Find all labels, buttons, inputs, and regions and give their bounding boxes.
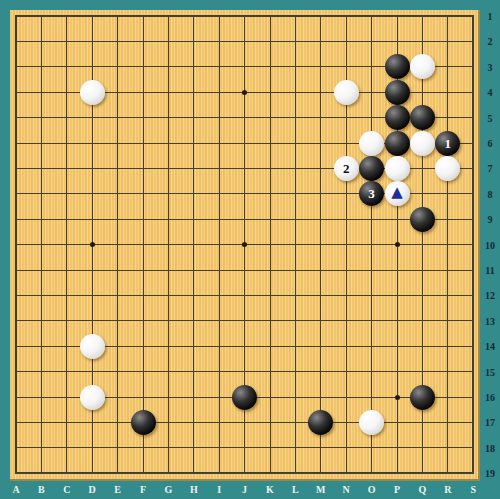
grid-hline-13 [15, 320, 474, 321]
grid-vline-K [270, 15, 271, 474]
coord-number-19: 19 [480, 468, 500, 479]
coord-letter-I: I [211, 484, 227, 495]
stone-white-d14[interactable] [80, 334, 105, 359]
stone-white-d4[interactable] [80, 80, 105, 105]
stone-black-q5[interactable] [410, 105, 435, 130]
hoshi-J10 [242, 242, 247, 247]
coord-letter-O: O [364, 484, 380, 495]
go-board-screenshot: 123▲ ABCDEFGHIJKLMNOPQRS 123456789101112… [0, 0, 500, 499]
triangle-marker-icon: ▲ [391, 185, 403, 200]
coord-letter-B: B [33, 484, 49, 495]
coord-number-13: 13 [480, 316, 500, 327]
coord-letter-A: A [8, 484, 24, 495]
coord-letter-L: L [287, 484, 303, 495]
coord-number-5: 5 [480, 113, 500, 124]
stone-white-n7[interactable]: 2 [334, 156, 359, 181]
coord-letter-G: G [160, 484, 176, 495]
grid-vline-S [472, 15, 474, 474]
coord-letter-H: H [186, 484, 202, 495]
grid-vline-L [295, 15, 296, 474]
stone-black-p3[interactable] [385, 54, 410, 79]
coord-letter-K: K [262, 484, 278, 495]
coord-number-2: 2 [480, 36, 500, 47]
coord-number-10: 10 [480, 240, 500, 251]
coord-letter-Q: Q [414, 484, 430, 495]
stone-white-n4[interactable] [334, 80, 359, 105]
stone-white-q3[interactable] [410, 54, 435, 79]
coord-number-12: 12 [480, 290, 500, 301]
coord-number-17: 17 [480, 417, 500, 428]
move-number-label: 1 [445, 137, 452, 150]
stone-black-r6[interactable]: 1 [435, 131, 460, 156]
goban[interactable]: 123▲ [10, 10, 480, 481]
coord-letter-S: S [465, 484, 481, 495]
stone-white-p8[interactable]: ▲ [385, 181, 410, 206]
stone-black-m17[interactable] [308, 410, 333, 435]
coord-letter-E: E [110, 484, 126, 495]
move-number-label: 2 [343, 162, 350, 175]
coord-number-4: 4 [480, 87, 500, 98]
coord-number-8: 8 [480, 189, 500, 200]
hoshi-P16 [395, 395, 400, 400]
coord-number-6: 6 [480, 138, 500, 149]
grid-vline-M [320, 15, 321, 474]
coord-number-18: 18 [480, 443, 500, 454]
move-number-label: 3 [368, 187, 375, 200]
coord-number-1: 1 [480, 11, 500, 22]
stone-black-p5[interactable] [385, 105, 410, 130]
stone-black-o8[interactable]: 3 [359, 181, 384, 206]
coord-number-7: 7 [480, 163, 500, 174]
stone-black-p6[interactable] [385, 131, 410, 156]
stone-black-o7[interactable] [359, 156, 384, 181]
grid-hline-15 [15, 371, 474, 372]
stone-black-f17[interactable] [131, 410, 156, 435]
coord-letter-D: D [84, 484, 100, 495]
coord-letter-C: C [59, 484, 75, 495]
grid-hline-19 [15, 472, 474, 474]
hoshi-D10 [90, 242, 95, 247]
grid-hline-12 [15, 295, 474, 296]
grid-hline-18 [15, 447, 474, 448]
hoshi-J4 [242, 90, 247, 95]
grid-vline-R [447, 15, 448, 474]
coord-number-15: 15 [480, 367, 500, 378]
stone-white-o6[interactable] [359, 131, 384, 156]
stone-white-p7[interactable] [385, 156, 410, 181]
stone-black-q16[interactable] [410, 385, 435, 410]
coord-number-16: 16 [480, 392, 500, 403]
coord-letter-F: F [135, 484, 151, 495]
grid-vline-O [371, 15, 372, 474]
stone-white-o17[interactable] [359, 410, 384, 435]
stone-white-d16[interactable] [80, 385, 105, 410]
coord-letter-R: R [440, 484, 456, 495]
stone-black-j16[interactable] [232, 385, 257, 410]
grid-hline-17 [15, 422, 474, 423]
coord-number-3: 3 [480, 62, 500, 73]
coord-letter-N: N [338, 484, 354, 495]
hoshi-P10 [395, 242, 400, 247]
coord-letter-M: M [313, 484, 329, 495]
stone-white-q6[interactable] [410, 131, 435, 156]
stone-white-r7[interactable] [435, 156, 460, 181]
stone-black-q9[interactable] [410, 207, 435, 232]
coord-letter-J: J [237, 484, 253, 495]
coord-number-9: 9 [480, 214, 500, 225]
coord-number-11: 11 [480, 265, 500, 276]
stone-black-p4[interactable] [385, 80, 410, 105]
coord-letter-P: P [389, 484, 405, 495]
grid-hline-11 [15, 270, 474, 271]
coord-number-14: 14 [480, 341, 500, 352]
